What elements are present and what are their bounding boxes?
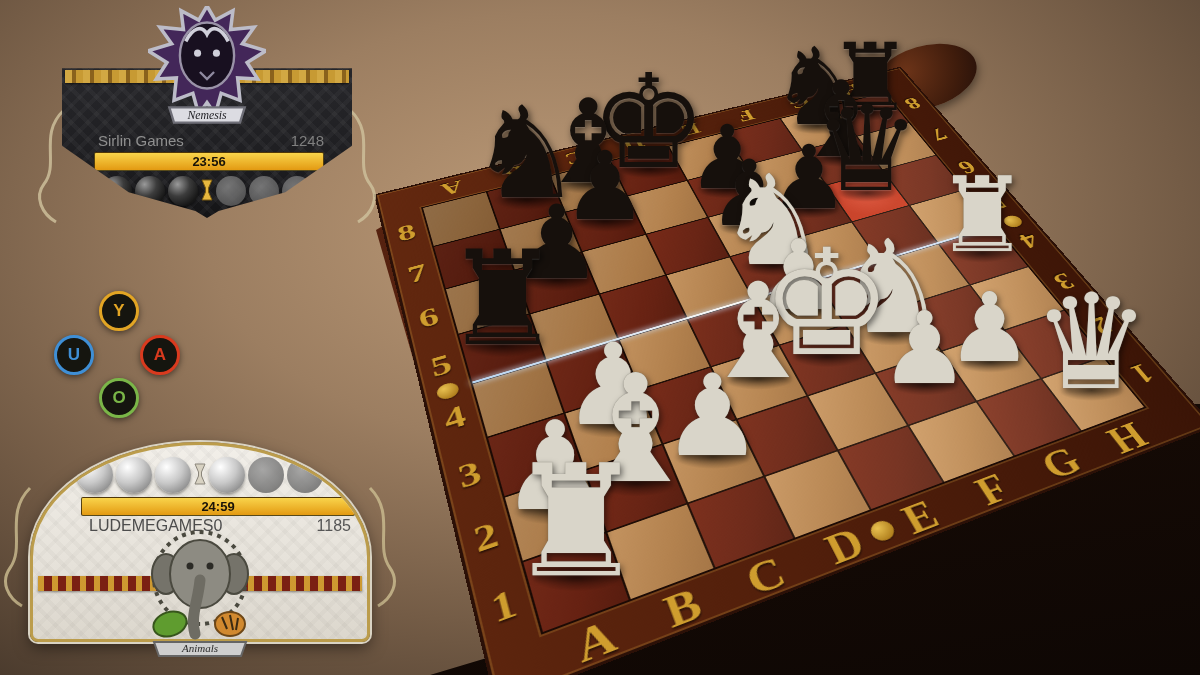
stone-filled: [116, 457, 152, 493]
stone-filled: [77, 457, 113, 493]
button-Y[interactable]: Y: [99, 291, 139, 331]
rank-label-left-2: 2: [470, 514, 503, 561]
piece-black-rook-a5[interactable]: ♜: [444, 232, 561, 363]
game-screen: 88AA77BB66CC55DD44EE33FF22GG11HH ♜♞♝♚♝♟♛…: [0, 0, 1200, 675]
animals-banner-label: Animals: [181, 642, 218, 654]
button-O[interactable]: O: [99, 378, 139, 418]
stone-filled: [209, 457, 245, 493]
hourglass-icon: [201, 179, 213, 203]
rank-label-left-7: 7: [405, 259, 430, 289]
piece-white-queen-h1[interactable]: ♛: [1032, 276, 1150, 408]
nemesis-banner-label: Nemesis: [186, 109, 227, 122]
black-clock-bar: 23:56: [94, 152, 324, 171]
rank-label-right-7: 7: [926, 124, 953, 145]
stone-empty-slot: [248, 457, 284, 493]
rank-label-left-3: 3: [454, 454, 485, 497]
stone-empty-slot: [249, 176, 279, 206]
piece-white-rook-a1[interactable]: ♜: [507, 443, 646, 598]
button-U[interactable]: U: [54, 335, 94, 375]
animals-crest: Animals: [140, 516, 260, 666]
white-clock-time: 24:59: [201, 499, 234, 514]
scroll-flourish-icon: [0, 482, 34, 612]
stone-filled: [102, 176, 132, 206]
stone-empty-slot: [216, 176, 246, 206]
midline-dot-near: [867, 518, 898, 544]
white-stones-tray: [77, 457, 323, 493]
rank-label-left-6: 6: [416, 301, 442, 334]
file-label-near-F: F: [967, 465, 1018, 515]
file-label-far-A: A: [439, 176, 466, 200]
stone-empty-slot: [287, 457, 323, 493]
midline-dot-left: [435, 381, 460, 402]
hourglass-icon: [194, 463, 206, 487]
button-A[interactable]: A: [140, 335, 180, 375]
black-player-rating: 1248: [291, 132, 324, 149]
player-panel-white: 24:59 LUDEMEGAMES0 1185 Animals: [30, 442, 370, 642]
scroll-flourish-icon: [366, 482, 400, 612]
rank-label-left-8: 8: [395, 219, 419, 247]
player-panel-black: Sirlin Games 1248 23:56 Nemesis: [62, 46, 352, 218]
white-clock-bar: 24:59: [81, 497, 355, 516]
rank-label-left-4: 4: [440, 398, 469, 437]
stone-filled: [155, 457, 191, 493]
stone-filled: [168, 176, 198, 206]
piece-white-pawn-f2[interactable]: ♟: [880, 299, 970, 399]
black-clock-time: 23:56: [192, 154, 225, 169]
white-player-rating: 1185: [317, 517, 351, 535]
nemesis-crest: Nemesis: [148, 6, 266, 138]
stone-empty-slot: [282, 176, 312, 206]
black-stones-tray: [102, 176, 312, 206]
stone-filled: [135, 176, 165, 206]
